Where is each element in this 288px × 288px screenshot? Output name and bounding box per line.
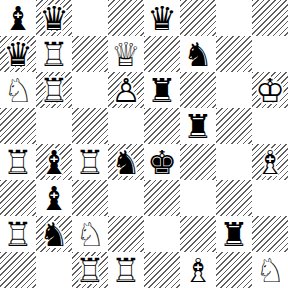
square-g2[interactable]: ♜♜ [216, 216, 252, 252]
white-knight-halo: ♞ [252, 252, 288, 288]
white-bishop-halo: ♝ [252, 144, 288, 180]
white-bishop-icon: ♗ [252, 144, 288, 180]
white-rook-halo: ♜ [72, 144, 108, 180]
white-queen-icon: ♕ [108, 36, 144, 72]
square-e3[interactable] [144, 180, 180, 216]
white-rook-icon: ♖ [36, 36, 72, 72]
square-a2[interactable]: ♜♖ [0, 216, 36, 252]
white-rook-halo: ♜ [0, 144, 36, 180]
square-b5[interactable] [36, 108, 72, 144]
square-d6[interactable]: ♟♙ [108, 72, 144, 108]
square-g3[interactable] [216, 180, 252, 216]
white-rook-icon: ♖ [72, 144, 108, 180]
square-h3[interactable] [252, 180, 288, 216]
chess-board: ♝♝♛♛♛♛♛♛♜♖♛♕♞♞♞♘♜♖♟♙♜♜♚♔♜♜♜♖♝♝♜♖♞♞♚♚♝♗♝♝… [0, 0, 288, 288]
square-f8[interactable] [180, 0, 216, 36]
square-e6[interactable]: ♜♜ [144, 72, 180, 108]
square-d1[interactable]: ♜♖ [108, 252, 144, 288]
square-b6[interactable]: ♜♖ [36, 72, 72, 108]
white-queen-halo: ♛ [108, 36, 144, 72]
black-knight-icon: ♞ [180, 36, 216, 72]
square-d8[interactable] [108, 0, 144, 36]
white-rook-halo: ♜ [36, 72, 72, 108]
square-h2[interactable] [252, 216, 288, 252]
square-b2[interactable]: ♞♞ [36, 216, 72, 252]
black-rook-halo: ♜ [144, 72, 180, 108]
white-rook-halo: ♜ [108, 252, 144, 288]
white-rook-icon: ♖ [36, 72, 72, 108]
white-pawn-halo: ♟ [108, 72, 144, 108]
black-knight-halo: ♞ [36, 216, 72, 252]
square-f3[interactable] [180, 180, 216, 216]
white-king-halo: ♚ [252, 72, 288, 108]
square-a8[interactable]: ♝♝ [0, 0, 36, 36]
black-bishop-icon: ♝ [36, 144, 72, 180]
square-e4[interactable]: ♚♚ [144, 144, 180, 180]
square-b1[interactable] [36, 252, 72, 288]
square-h8[interactable] [252, 0, 288, 36]
square-c8[interactable] [72, 0, 108, 36]
white-knight-halo: ♞ [0, 72, 36, 108]
square-c2[interactable]: ♞♘ [72, 216, 108, 252]
square-d4[interactable]: ♞♞ [108, 144, 144, 180]
white-bishop-halo: ♝ [180, 252, 216, 288]
black-bishop-halo: ♝ [0, 0, 36, 36]
square-b8[interactable]: ♛♛ [36, 0, 72, 36]
black-rook-icon: ♜ [180, 108, 216, 144]
square-g7[interactable] [216, 36, 252, 72]
white-rook-halo: ♜ [0, 216, 36, 252]
square-a1[interactable] [0, 252, 36, 288]
square-h6[interactable]: ♚♔ [252, 72, 288, 108]
square-e8[interactable]: ♛♛ [144, 0, 180, 36]
black-knight-icon: ♞ [36, 216, 72, 252]
black-queen-icon: ♛ [0, 36, 36, 72]
square-b4[interactable]: ♝♝ [36, 144, 72, 180]
white-rook-icon: ♖ [108, 252, 144, 288]
white-knight-icon: ♘ [252, 252, 288, 288]
square-f6[interactable] [180, 72, 216, 108]
square-h5[interactable] [252, 108, 288, 144]
square-d5[interactable] [108, 108, 144, 144]
square-c7[interactable] [72, 36, 108, 72]
square-a7[interactable]: ♛♛ [0, 36, 36, 72]
black-queen-halo: ♛ [36, 0, 72, 36]
white-king-icon: ♔ [252, 72, 288, 108]
square-e1[interactable] [144, 252, 180, 288]
white-rook-halo: ♜ [72, 252, 108, 288]
black-knight-halo: ♞ [108, 144, 144, 180]
square-g1[interactable] [216, 252, 252, 288]
black-queen-halo: ♛ [0, 36, 36, 72]
square-a3[interactable] [0, 180, 36, 216]
square-g8[interactable] [216, 0, 252, 36]
white-rook-icon: ♖ [0, 216, 36, 252]
black-bishop-icon: ♝ [36, 180, 72, 216]
square-g4[interactable] [216, 144, 252, 180]
square-a6[interactable]: ♞♘ [0, 72, 36, 108]
black-rook-icon: ♜ [216, 216, 252, 252]
black-rook-icon: ♜ [144, 72, 180, 108]
square-e7[interactable] [144, 36, 180, 72]
white-bishop-icon: ♗ [180, 252, 216, 288]
square-c3[interactable] [72, 180, 108, 216]
square-a4[interactable]: ♜♖ [0, 144, 36, 180]
white-knight-icon: ♘ [72, 216, 108, 252]
square-b7[interactable]: ♜♖ [36, 36, 72, 72]
square-h4[interactable]: ♝♗ [252, 144, 288, 180]
black-bishop-icon: ♝ [0, 0, 36, 36]
square-f2[interactable] [180, 216, 216, 252]
square-g6[interactable] [216, 72, 252, 108]
black-bishop-halo: ♝ [36, 180, 72, 216]
square-b3[interactable]: ♝♝ [36, 180, 72, 216]
square-a5[interactable] [0, 108, 36, 144]
black-king-halo: ♚ [144, 144, 180, 180]
black-queen-icon: ♛ [144, 0, 180, 36]
square-f5[interactable]: ♜♜ [180, 108, 216, 144]
white-knight-icon: ♘ [0, 72, 36, 108]
white-knight-halo: ♞ [72, 216, 108, 252]
square-d7[interactable]: ♛♕ [108, 36, 144, 72]
black-bishop-halo: ♝ [36, 144, 72, 180]
square-d2[interactable] [108, 216, 144, 252]
square-e2[interactable] [144, 216, 180, 252]
square-f4[interactable] [180, 144, 216, 180]
white-rook-icon: ♖ [72, 252, 108, 288]
square-f7[interactable]: ♞♞ [180, 36, 216, 72]
black-queen-icon: ♛ [36, 0, 72, 36]
square-h7[interactable] [252, 36, 288, 72]
square-c6[interactable] [72, 72, 108, 108]
square-c1[interactable]: ♜♖ [72, 252, 108, 288]
black-king-icon: ♚ [144, 144, 180, 180]
black-rook-halo: ♜ [216, 216, 252, 252]
square-f1[interactable]: ♝♗ [180, 252, 216, 288]
square-c5[interactable] [72, 108, 108, 144]
square-h1[interactable]: ♞♘ [252, 252, 288, 288]
white-rook-icon: ♖ [0, 144, 36, 180]
square-d3[interactable] [108, 180, 144, 216]
square-g5[interactable] [216, 108, 252, 144]
black-queen-halo: ♛ [144, 0, 180, 36]
black-knight-halo: ♞ [180, 36, 216, 72]
square-e5[interactable] [144, 108, 180, 144]
white-pawn-icon: ♙ [108, 72, 144, 108]
black-rook-halo: ♜ [180, 108, 216, 144]
square-c4[interactable]: ♜♖ [72, 144, 108, 180]
white-rook-halo: ♜ [36, 36, 72, 72]
black-knight-icon: ♞ [108, 144, 144, 180]
